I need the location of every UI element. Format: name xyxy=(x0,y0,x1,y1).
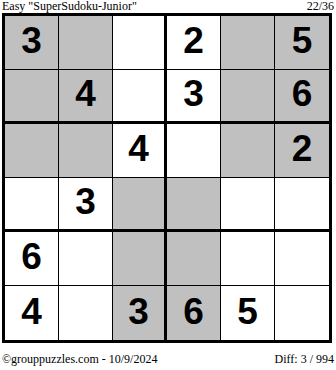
cell-r1c3[interactable] xyxy=(113,16,167,70)
cell-r2c1[interactable] xyxy=(5,70,59,124)
cell-r5c1[interactable]: 6 xyxy=(5,232,59,286)
cell-r5c6[interactable] xyxy=(275,232,329,286)
cell-r2c6[interactable]: 6 xyxy=(275,70,329,124)
page-title: Easy "SuperSudoku-Junior" xyxy=(2,0,137,13)
cell-r4c4[interactable] xyxy=(167,178,221,232)
cell-r3c4[interactable] xyxy=(167,124,221,178)
cell-r6c1[interactable]: 4 xyxy=(5,286,59,340)
cell-r6c6[interactable] xyxy=(275,286,329,340)
cell-r1c2[interactable] xyxy=(59,16,113,70)
cell-r1c4[interactable]: 2 xyxy=(167,16,221,70)
cell-r3c5[interactable] xyxy=(221,124,275,178)
copyright-text: ©grouppuzzles.com - 10/9/2024 xyxy=(2,352,157,366)
footer: ©grouppuzzles.com - 10/9/2024 Diff: 3 / … xyxy=(0,352,336,366)
difficulty-label: Diff: 3 / 994 xyxy=(275,352,334,366)
cell-r1c5[interactable] xyxy=(221,16,275,70)
cell-r2c2[interactable]: 4 xyxy=(59,70,113,124)
cell-r5c5[interactable] xyxy=(221,232,275,286)
cell-r2c3[interactable] xyxy=(113,70,167,124)
cell-r6c2[interactable] xyxy=(59,286,113,340)
cell-r5c4[interactable] xyxy=(167,232,221,286)
cell-r4c6[interactable] xyxy=(275,178,329,232)
cell-r4c2[interactable]: 3 xyxy=(59,178,113,232)
cell-r1c1[interactable]: 3 xyxy=(5,16,59,70)
cell-r5c3[interactable] xyxy=(113,232,167,286)
cell-r6c3[interactable]: 3 xyxy=(113,286,167,340)
board: 32543642364365 xyxy=(2,13,332,343)
cell-r3c2[interactable] xyxy=(59,124,113,178)
cell-r3c3[interactable]: 4 xyxy=(113,124,167,178)
cell-r5c2[interactable] xyxy=(59,232,113,286)
cell-r3c1[interactable] xyxy=(5,124,59,178)
cell-r2c4[interactable]: 3 xyxy=(167,70,221,124)
cell-r2c5[interactable] xyxy=(221,70,275,124)
cell-r1c6[interactable]: 5 xyxy=(275,16,329,70)
puzzle-page: Easy "SuperSudoku-Junior" 22/36 32543642… xyxy=(0,0,336,370)
cell-r6c5[interactable]: 5 xyxy=(221,286,275,340)
cell-r4c1[interactable] xyxy=(5,178,59,232)
cell-r3c6[interactable]: 2 xyxy=(275,124,329,178)
cell-r6c4[interactable]: 6 xyxy=(167,286,221,340)
header: Easy "SuperSudoku-Junior" 22/36 xyxy=(0,0,336,13)
cell-r4c5[interactable] xyxy=(221,178,275,232)
remaining-counter: 22/36 xyxy=(307,0,334,13)
cell-r4c3[interactable] xyxy=(113,178,167,232)
